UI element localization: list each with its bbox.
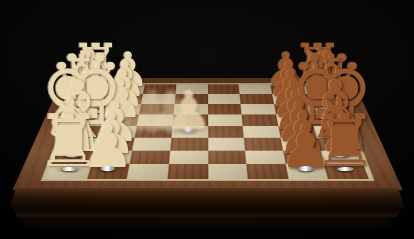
black-rook-icon: ♜ <box>313 108 378 175</box>
chess-photo-scene: ♜♞♝♛♚♝♞♜♟♟♟♟♟♟♟♟♟♟♟♟♟♟♟♜♞♝♛♚♝♞♜♟♟♟♟♟ <box>0 0 414 239</box>
base-ring <box>183 127 196 131</box>
pieces-layer: ♜♞♝♛♚♝♞♜♟♟♟♟♟♟♟♟♟♟♟♟♟♟♟♜♞♝♛♚♝♞♜♟♟♟♟♟ <box>0 0 414 239</box>
white-pawn[interactable]: ♟ <box>81 120 134 171</box>
moving-white-pawn[interactable]: ♟ <box>165 85 213 132</box>
black-rook[interactable]: ♜ <box>313 108 378 171</box>
